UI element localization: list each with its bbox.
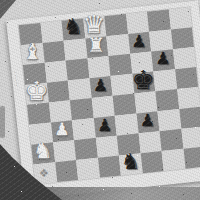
left-edge-smudge (0, 106, 5, 138)
table-edge-band (38, 187, 200, 200)
board-corner-emblem: ❖ (39, 168, 49, 179)
piece-black-pawn-f4: ♟ (97, 117, 112, 134)
piece-black-knight-h5: ♞ (120, 151, 140, 173)
chess-board: ······ ❖ ♛♜♝♚♞♟♞♟♟♚♟♟♟♞ (6, 0, 200, 199)
piece-white-knight-g1: ♞ (33, 140, 53, 162)
piece-black-pawn-c7: ♟ (155, 50, 170, 67)
pieces-layer: ❖ ♛♜♝♚♞♟♞♟♟♚♟♟♟♞ (19, 7, 200, 184)
piece-white-bishop-b1: ♝ (22, 41, 42, 63)
piece-black-king-d6: ♚ (132, 67, 155, 93)
chessboard-photo: ······ ❖ ♛♜♝♚♞♟♞♟♟♚♟♟♟♞ (0, 0, 200, 200)
piece-black-pawn-b6: ♟ (132, 33, 147, 50)
board-edge-text: ······ (13, 72, 21, 88)
piece-white-king-d1: ♚ (25, 78, 48, 104)
piece-black-pawn-d4: ♟ (93, 77, 108, 94)
dark-corner-shadow (0, 0, 16, 19)
piece-black-knight-a3: ♞ (63, 16, 83, 38)
piece-white-rook-b4: ♜ (87, 35, 105, 55)
piece-black-pawn-f6: ♟ (140, 112, 155, 129)
piece-white-pawn-f2: ♟ (54, 121, 69, 138)
